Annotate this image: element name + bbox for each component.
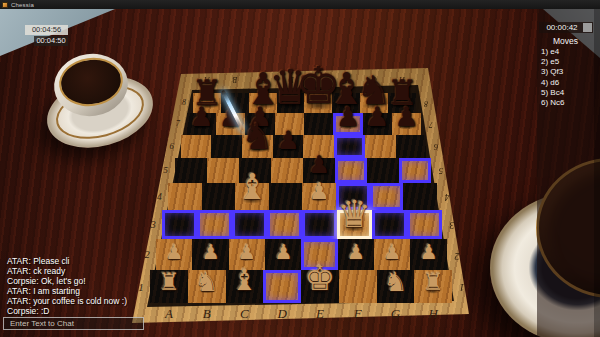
square-a6[interactable] [181,135,212,158]
square-g5[interactable] [367,158,399,183]
piece-white-pawn-h2[interactable]: ♟ [420,242,438,262]
piece-black-pawn-g7[interactable]: ♟ [365,104,389,131]
rank-label-right-3: 3 [444,220,460,230]
square-h3[interactable] [407,210,442,239]
square-h4[interactable] [403,183,437,210]
rank-row-4 [168,183,436,210]
piece-white-pawn-d2[interactable]: ♟ [274,242,292,262]
square-h6[interactable] [396,135,427,158]
rank-label-left-7: 7 [170,120,186,128]
square-a4[interactable] [168,183,202,210]
chat-message: Corpsie: Ok, let's go! [7,276,127,286]
square-b3[interactable] [197,210,232,239]
move-timer: 00:00:42 [539,22,593,33]
square-d5[interactable] [271,158,303,183]
file-label-bottom-h: H [425,307,441,320]
square-g4[interactable] [370,183,404,210]
chat-log: ATAR: Please cliATAR: ck readyCorpsie: O… [7,256,127,316]
game-window: Chessia AABBCCDDEEFFGGHH1122334455667788… [0,0,600,337]
piece-white-pawn-a2[interactable]: ♟ [165,242,183,262]
square-h5[interactable] [399,158,431,183]
square-a5[interactable] [175,158,207,183]
chat-message: Corpsie: :D [7,306,127,316]
rank-label-right-4: 4 [439,192,455,202]
piece-white-queen-f3[interactable]: ♛ [338,196,372,233]
square-g3[interactable] [372,210,407,239]
file-label-bottom-b: B [199,307,215,320]
moves-scrollbar[interactable] [594,9,600,337]
piece-black-pawn-e5[interactable]: ♟ [308,153,330,177]
square-e7[interactable] [304,113,333,135]
rank-row-6 [181,135,427,158]
piece-white-bishop-c1[interactable]: ♝ [231,266,258,296]
file-label-bottom-d: D [274,307,290,320]
square-f5[interactable] [335,158,367,183]
rank-label-left-2: 2 [139,250,155,261]
square-e3[interactable] [302,210,337,239]
app-icon [2,2,8,8]
file-label-bottom-c: C [236,307,252,320]
square-b6[interactable] [211,135,242,158]
file-label-bottom-g: G [387,307,403,320]
piece-white-knight-b1[interactable]: ♞ [195,268,219,295]
chat-message: ATAR: Please cli [7,256,127,266]
piece-black-pawn-a7[interactable]: ♟ [189,104,213,131]
piece-black-pawn-h7[interactable]: ♟ [394,104,418,131]
move-item: 2) e5 [541,57,565,67]
moves-title: Moves [537,36,594,46]
file-label-bottom-e: E [312,307,328,320]
square-b5[interactable] [207,158,239,183]
square-b4[interactable] [202,183,236,210]
piece-white-pawn-b2[interactable]: ♟ [201,242,219,262]
rank-label-left-6: 6 [164,142,180,151]
piece-white-pawn-f2[interactable]: ♟ [347,242,365,262]
rank-row-5 [175,158,432,183]
piece-black-knight-c6[interactable]: ♞ [241,118,273,154]
piece-white-rook-a1[interactable]: ♜ [158,271,179,295]
rank-label-right-8: 8 [418,99,434,107]
file-label-top-b: B [227,75,243,83]
move-item: 5) Bc4 [541,88,565,98]
rank-label-right-1: 1 [454,282,470,293]
moves-list: 1) e42) e53) Qf34) d65) Bc46) Nc6 [541,47,565,108]
rank-label-left-4: 4 [151,192,167,202]
window-title: Chessia [11,2,34,8]
square-g6[interactable] [365,135,396,158]
rank-label-left-1: 1 [133,282,149,293]
piece-white-pawn-g2[interactable]: ♟ [383,242,401,262]
player-clock-white: 00:04:56 [25,25,68,35]
rank-label-left-5: 5 [158,166,174,175]
file-label-bottom-a: A [161,307,177,320]
timer-corner-button[interactable] [583,23,592,32]
rank-label-right-7: 7 [423,120,439,128]
piece-black-pawn-f7[interactable]: ♟ [336,104,360,131]
square-d4[interactable] [269,183,303,210]
rank-row-3 [162,210,441,239]
piece-white-knight-g1[interactable]: ♞ [383,268,407,295]
rank-label-right-6: 6 [428,142,444,151]
file-label-bottom-f: F [350,307,366,320]
piece-white-bishop-c4[interactable]: ♝ [236,169,268,205]
move-item: 4) d6 [541,78,565,88]
piece-white-rook-h1[interactable]: ♜ [422,271,443,295]
chat-message: ATAR: I am starting [7,286,127,296]
piece-black-pawn-d6[interactable]: ♟ [277,128,300,154]
chat-message: ATAR: your coffee is cold now :) [7,296,127,306]
move-item: 6) Nc6 [541,98,565,108]
move-item: 1) e4 [541,47,565,57]
square-d1[interactable] [263,270,301,303]
piece-white-pawn-c2[interactable]: ♟ [238,242,256,262]
piece-white-king-e1[interactable]: ♚ [304,261,335,296]
square-a3[interactable] [162,210,197,239]
rank-label-right-2: 2 [449,250,465,261]
chat-message: ATAR: ck ready [7,266,127,276]
piece-white-pawn-e4[interactable]: ♟ [309,181,330,204]
player-clock-black: 00:04:50 [34,36,68,46]
title-bar: Chessia [0,0,600,9]
chat-input[interactable] [3,317,144,330]
rank-label-right-5: 5 [433,166,449,175]
move-timer-value: 00:00:42 [546,23,577,32]
square-f6[interactable] [334,135,365,158]
square-d3[interactable] [267,210,302,239]
rank-label-left-3: 3 [145,220,161,230]
square-c3[interactable] [232,210,267,239]
square-f1[interactable] [339,270,377,303]
move-item: 3) Qf3 [541,67,565,77]
